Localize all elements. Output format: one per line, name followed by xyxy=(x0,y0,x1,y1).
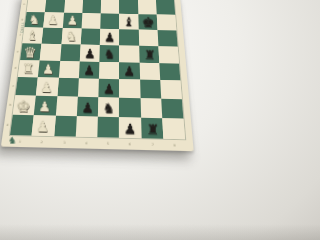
square-g4 xyxy=(81,13,100,29)
black-king: ♚ xyxy=(138,16,157,30)
square-e8 xyxy=(158,46,179,63)
square-e2 xyxy=(40,43,61,60)
white-pawn: ♟ xyxy=(32,119,54,134)
square-c5: ♟ xyxy=(98,79,119,98)
white-pawn: ♟ xyxy=(34,100,55,115)
square-b3 xyxy=(55,97,77,117)
square-h3 xyxy=(64,0,83,13)
square-f4 xyxy=(80,28,100,44)
square-h1 xyxy=(27,0,47,12)
white-knight: ♞ xyxy=(61,30,80,44)
black-pawn: ♟ xyxy=(119,122,141,134)
square-b2: ♟ xyxy=(34,96,57,116)
black-knight: ♞ xyxy=(98,101,119,116)
square-h2 xyxy=(45,0,65,13)
square-c4 xyxy=(78,79,99,98)
chess-board: CHESS hgfedcba 12345678 ♞ ♞♟♟♝♚♝♞♟♛♟♞♜♜♟… xyxy=(1,0,194,134)
square-c8 xyxy=(160,80,182,99)
square-h5 xyxy=(101,0,120,14)
square-d5 xyxy=(99,61,119,79)
file-label-a: a xyxy=(6,123,9,126)
black-pawn: ♟ xyxy=(79,64,99,78)
square-a5 xyxy=(97,117,119,134)
square-g5 xyxy=(100,13,119,29)
board-squares: ♞♟♟♝♚♝♞♟♛♟♞♜♜♟♟♟♟♟♚♟♟♞♟♟♜ xyxy=(10,0,185,134)
square-a4 xyxy=(75,116,97,134)
square-d4: ♟ xyxy=(79,61,100,79)
file-label-h: h xyxy=(23,3,26,5)
black-pawn: ♟ xyxy=(100,30,119,44)
square-a1 xyxy=(10,115,34,134)
square-h8 xyxy=(156,0,175,15)
square-c1 xyxy=(15,77,38,96)
square-c3 xyxy=(57,78,79,97)
square-d3 xyxy=(58,61,79,79)
square-h4 xyxy=(82,0,101,13)
square-d7 xyxy=(139,62,160,80)
white-knight: ♞ xyxy=(25,13,44,26)
square-b6 xyxy=(119,98,140,118)
square-e3 xyxy=(60,44,81,61)
white-bishop: ♝ xyxy=(23,29,42,43)
square-f1: ♝ xyxy=(22,27,43,43)
square-b7 xyxy=(140,98,162,118)
square-f2 xyxy=(42,27,63,43)
square-e4: ♟ xyxy=(80,44,100,61)
white-pawn: ♟ xyxy=(63,14,82,27)
square-c7 xyxy=(140,80,161,99)
black-rook: ♜ xyxy=(139,48,159,62)
square-b5: ♞ xyxy=(98,97,119,117)
square-e6 xyxy=(119,45,139,62)
white-rook: ♜ xyxy=(18,62,38,76)
square-b1: ♚ xyxy=(13,96,36,116)
square-f7 xyxy=(138,29,158,45)
black-rook: ♜ xyxy=(141,122,163,134)
file-label-d: d xyxy=(14,67,17,70)
square-h6 xyxy=(119,0,138,14)
square-a8 xyxy=(162,118,185,134)
square-c6 xyxy=(119,80,140,99)
black-pawn: ♟ xyxy=(80,46,100,60)
square-g3: ♟ xyxy=(62,13,82,29)
square-a7: ♜ xyxy=(141,118,163,134)
white-pawn: ♟ xyxy=(44,14,63,27)
square-f8 xyxy=(157,30,177,47)
square-b8 xyxy=(161,99,183,119)
white-queen: ♛ xyxy=(20,45,40,59)
white-pawn: ♟ xyxy=(38,63,58,77)
file-label-e: e xyxy=(17,50,20,53)
square-a3 xyxy=(54,116,77,134)
black-pawn: ♟ xyxy=(99,82,120,97)
square-f3: ♞ xyxy=(61,28,81,44)
square-f5: ♟ xyxy=(100,29,119,45)
square-d6: ♟ xyxy=(119,62,139,80)
square-a2: ♟ xyxy=(32,115,55,134)
square-b4: ♟ xyxy=(77,97,99,117)
file-label-c: c xyxy=(12,85,15,88)
black-pawn: ♟ xyxy=(77,101,98,116)
square-g8 xyxy=(157,14,177,30)
square-d8 xyxy=(159,63,180,81)
black-pawn: ♟ xyxy=(119,65,139,79)
white-pawn: ♟ xyxy=(36,81,57,96)
file-label-f: f xyxy=(19,34,22,36)
square-c2: ♟ xyxy=(36,78,58,97)
black-bishop: ♝ xyxy=(119,15,138,28)
square-h7 xyxy=(137,0,156,14)
square-a6: ♟ xyxy=(119,117,141,134)
square-d2: ♟ xyxy=(38,60,60,78)
white-king: ♚ xyxy=(13,99,34,114)
table-background: CHESS hgfedcba 12345678 ♞ ♞♟♟♝♚♝♞♟♛♟♞♜♜♟… xyxy=(0,0,200,134)
black-knight: ♞ xyxy=(100,47,120,61)
square-g7: ♚ xyxy=(138,14,157,30)
file-label-g: g xyxy=(21,18,24,20)
square-e7: ♜ xyxy=(139,45,159,62)
square-e5: ♞ xyxy=(99,45,119,62)
square-d1: ♜ xyxy=(18,60,40,78)
file-label-b: b xyxy=(9,104,12,107)
square-g1: ♞ xyxy=(25,12,46,28)
square-e1: ♛ xyxy=(20,43,42,60)
board-scene: CHESS hgfedcba 12345678 ♞ ♞♟♟♝♚♝♞♟♛♟♞♜♜♟… xyxy=(0,0,200,134)
square-g2: ♟ xyxy=(43,12,63,28)
square-f6 xyxy=(119,29,138,45)
square-g6: ♝ xyxy=(119,14,138,30)
